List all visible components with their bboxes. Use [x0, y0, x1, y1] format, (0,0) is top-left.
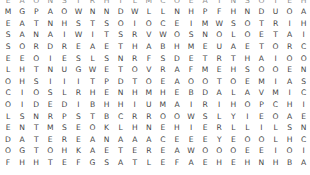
grid-cell[interactable]: L: [142, 6, 156, 18]
grid-cell[interactable]: O: [283, 53, 297, 65]
grid-cell[interactable]: O: [240, 134, 254, 146]
grid-cell[interactable]: L: [268, 122, 282, 134]
grid-cell[interactable]: M: [198, 64, 212, 76]
grid-cell[interactable]: O: [184, 76, 198, 88]
grid-cell[interactable]: A: [114, 157, 128, 169]
grid-cell[interactable]: A: [170, 64, 184, 76]
grid-cell[interactable]: W: [156, 29, 170, 41]
grid-cell[interactable]: H: [240, 53, 254, 65]
grid-cell[interactable]: P: [29, 6, 43, 18]
grid-cell[interactable]: A: [283, 111, 297, 123]
grid-cell[interactable]: Y: [212, 134, 226, 146]
grid-cell[interactable]: H: [15, 64, 29, 76]
grid-cell[interactable]: I: [184, 99, 198, 111]
grid-cell[interactable]: E: [198, 157, 212, 169]
grid-cell[interactable]: O: [212, 145, 226, 157]
grid-cell[interactable]: O: [43, 145, 57, 157]
grid-cell[interactable]: T: [114, 41, 128, 53]
grid-cell[interactable]: E: [297, 111, 310, 123]
grid-cell[interactable]: N: [29, 111, 43, 123]
grid-cell[interactable]: D: [198, 87, 212, 99]
grid-cell[interactable]: A: [85, 134, 99, 146]
grid-cell[interactable]: E: [184, 134, 198, 146]
grid-cell[interactable]: A: [297, 6, 310, 18]
grid-cell[interactable]: L: [57, 87, 71, 99]
grid-cell[interactable]: O: [240, 99, 254, 111]
grid-cell[interactable]: E: [43, 134, 57, 146]
grid-cell[interactable]: E: [170, 18, 184, 30]
grid-cell[interactable]: L: [226, 122, 240, 134]
grid-cell[interactable]: H: [156, 87, 170, 99]
grid-cell[interactable]: O: [15, 41, 29, 53]
grid-cell[interactable]: O: [240, 18, 254, 30]
grid-cell[interactable]: H: [283, 99, 297, 111]
grid-cell[interactable]: N: [170, 6, 184, 18]
grid-cell[interactable]: N: [297, 122, 310, 134]
grid-cell[interactable]: I: [240, 111, 254, 123]
grid-cell[interactable]: H: [57, 18, 71, 30]
grid-cell[interactable]: E: [71, 41, 85, 53]
grid-cell[interactable]: H: [29, 157, 43, 169]
grid-cell[interactable]: T: [29, 18, 43, 30]
grid-cell[interactable]: R: [268, 18, 282, 30]
grid-cell[interactable]: A: [142, 41, 156, 53]
grid-cell[interactable]: O: [142, 76, 156, 88]
grid-cell[interactable]: S: [198, 111, 212, 123]
grid-cell[interactable]: S: [71, 111, 85, 123]
grid-cell[interactable]: L: [240, 122, 254, 134]
grid-cell[interactable]: I: [15, 99, 29, 111]
grid-cell[interactable]: W: [184, 111, 198, 123]
grid-cell[interactable]: N: [43, 64, 57, 76]
grid-cell[interactable]: L: [1, 111, 15, 123]
grid-cell[interactable]: R: [57, 134, 71, 146]
grid-cell[interactable]: A: [240, 87, 254, 99]
grid-cell[interactable]: C: [297, 41, 310, 53]
grid-cell[interactable]: N: [240, 6, 254, 18]
grid-cell[interactable]: A: [128, 134, 142, 146]
grid-cell[interactable]: O: [198, 145, 212, 157]
grid-cell[interactable]: A: [142, 134, 156, 146]
grid-cell[interactable]: H: [268, 157, 282, 169]
grid-cell[interactable]: T: [114, 64, 128, 76]
grid-cell[interactable]: R: [198, 99, 212, 111]
grid-cell[interactable]: S: [240, 64, 254, 76]
grid-cell[interactable]: E: [128, 145, 142, 157]
grid-cell[interactable]: T: [29, 145, 43, 157]
grid-cell[interactable]: A: [297, 157, 310, 169]
grid-cell[interactable]: S: [100, 18, 114, 30]
grid-cell[interactable]: T: [29, 134, 43, 146]
grid-cell[interactable]: K: [71, 145, 85, 157]
grid-cell[interactable]: O: [85, 122, 99, 134]
grid-cell[interactable]: B: [100, 111, 114, 123]
grid-cell[interactable]: S: [71, 53, 85, 65]
grid-cell[interactable]: O: [142, 18, 156, 30]
grid-cell[interactable]: H: [240, 157, 254, 169]
grid-cell[interactable]: I: [71, 76, 85, 88]
grid-cell[interactable]: R: [212, 53, 226, 65]
grid-cell[interactable]: O: [29, 53, 43, 65]
grid-cell[interactable]: T: [128, 157, 142, 169]
grid-cell[interactable]: R: [156, 64, 170, 76]
grid-cell[interactable]: S: [29, 76, 43, 88]
grid-cell[interactable]: T: [128, 76, 142, 88]
grid-cell[interactable]: S: [1, 29, 15, 41]
grid-cell[interactable]: I: [128, 18, 142, 30]
grid-cell[interactable]: V: [142, 29, 156, 41]
grid-cell[interactable]: W: [184, 145, 198, 157]
grid-cell[interactable]: A: [43, 29, 57, 41]
grid-cell[interactable]: T: [114, 145, 128, 157]
grid-cell[interactable]: P: [57, 111, 71, 123]
grid-cell[interactable]: G: [71, 64, 85, 76]
grid-cell[interactable]: I: [212, 99, 226, 111]
grid-cell[interactable]: O: [297, 53, 310, 65]
grid-cell[interactable]: M: [156, 99, 170, 111]
grid-cell[interactable]: K: [100, 122, 114, 134]
grid-cell[interactable]: A: [43, 6, 57, 18]
grid-cell[interactable]: S: [57, 122, 71, 134]
grid-cell[interactable]: I: [254, 122, 268, 134]
grid-cell[interactable]: E: [184, 53, 198, 65]
grid-cell[interactable]: L: [268, 134, 282, 146]
grid-cell[interactable]: R: [212, 122, 226, 134]
grid-cell[interactable]: E: [156, 157, 170, 169]
grid-cell[interactable]: A: [15, 134, 29, 146]
grid-cell[interactable]: R: [71, 87, 85, 99]
grid-cell[interactable]: I: [71, 99, 85, 111]
grid-cell[interactable]: R: [128, 53, 142, 65]
grid-cell[interactable]: M: [198, 18, 212, 30]
grid-cell[interactable]: I: [283, 87, 297, 99]
grid-cell[interactable]: N: [100, 134, 114, 146]
grid-cell[interactable]: S: [226, 18, 240, 30]
grid-cell[interactable]: H: [57, 145, 71, 157]
grid-cell[interactable]: I: [57, 76, 71, 88]
grid-cell[interactable]: O: [57, 6, 71, 18]
grid-cell[interactable]: O: [170, 29, 184, 41]
grid-cell[interactable]: E: [283, 64, 297, 76]
grid-cell[interactable]: N: [142, 122, 156, 134]
grid-cell[interactable]: E: [100, 87, 114, 99]
grid-cell[interactable]: H: [170, 122, 184, 134]
grid-cell[interactable]: T: [198, 53, 212, 65]
grid-cell[interactable]: M: [268, 87, 282, 99]
grid-cell[interactable]: S: [184, 29, 198, 41]
grid-cell[interactable]: T: [85, 18, 99, 30]
grid-cell[interactable]: O: [1, 99, 15, 111]
grid-cell[interactable]: N: [85, 6, 99, 18]
grid-cell[interactable]: E: [43, 99, 57, 111]
grid-cell[interactable]: E: [240, 41, 254, 53]
grid-cell[interactable]: V: [254, 87, 268, 99]
grid-cell[interactable]: D: [114, 76, 128, 88]
grid-cell[interactable]: O: [240, 29, 254, 41]
grid-cell[interactable]: B: [85, 99, 99, 111]
grid-cell[interactable]: E: [198, 122, 212, 134]
grid-cell[interactable]: C: [1, 87, 15, 99]
grid-cell[interactable]: E: [1, 18, 15, 30]
grid-cell[interactable]: S: [156, 53, 170, 65]
grid-cell[interactable]: L: [226, 87, 240, 99]
grid-cell[interactable]: C: [297, 134, 310, 146]
grid-cell[interactable]: O: [226, 145, 240, 157]
grid-cell[interactable]: O: [254, 134, 268, 146]
grid-cell[interactable]: F: [170, 157, 184, 169]
grid-cell[interactable]: R: [43, 111, 57, 123]
grid-cell[interactable]: B: [283, 157, 297, 169]
grid-cell[interactable]: F: [212, 6, 226, 18]
grid-cell[interactable]: H: [297, 18, 310, 30]
grid-cell[interactable]: H: [114, 99, 128, 111]
grid-cell[interactable]: S: [283, 122, 297, 134]
grid-cell[interactable]: I: [15, 87, 29, 99]
grid-cell[interactable]: E: [240, 145, 254, 157]
grid-cell[interactable]: M: [43, 122, 57, 134]
grid-cell[interactable]: G: [15, 6, 29, 18]
grid-cell[interactable]: W: [71, 29, 85, 41]
grid-cell[interactable]: O: [268, 111, 282, 123]
grid-cell[interactable]: H: [226, 6, 240, 18]
grid-cell[interactable]: L: [226, 29, 240, 41]
grid-cell[interactable]: A: [170, 76, 184, 88]
grid-cell[interactable]: N: [198, 29, 212, 41]
grid-cell[interactable]: M: [1, 6, 15, 18]
grid-cell[interactable]: N: [114, 87, 128, 99]
grid-cell[interactable]: N: [15, 122, 29, 134]
grid-cell[interactable]: O: [268, 64, 282, 76]
grid-cell[interactable]: A: [283, 29, 297, 41]
grid-cell[interactable]: L: [114, 122, 128, 134]
grid-cell[interactable]: V: [142, 64, 156, 76]
grid-cell[interactable]: T: [29, 122, 43, 134]
grid-cell[interactable]: E: [57, 53, 71, 65]
grid-cell[interactable]: I: [85, 29, 99, 41]
grid-cell[interactable]: I: [268, 76, 282, 88]
grid-cell[interactable]: E: [198, 134, 212, 146]
grid-cell[interactable]: O: [29, 87, 43, 99]
grid-cell[interactable]: I: [43, 53, 57, 65]
grid-cell[interactable]: F: [142, 53, 156, 65]
grid-cell[interactable]: C: [156, 18, 170, 30]
grid-cell[interactable]: H: [226, 99, 240, 111]
grid-cell[interactable]: R: [142, 111, 156, 123]
grid-cell[interactable]: B: [184, 87, 198, 99]
grid-cell[interactable]: T: [254, 18, 268, 30]
grid-cell[interactable]: A: [226, 41, 240, 53]
grid-cell[interactable]: N: [29, 29, 43, 41]
grid-cell[interactable]: R: [128, 29, 142, 41]
grid-cell[interactable]: I: [57, 29, 71, 41]
grid-cell[interactable]: E: [212, 64, 226, 76]
grid-cell[interactable]: P: [198, 6, 212, 18]
grid-cell[interactable]: I: [128, 99, 142, 111]
grid-cell[interactable]: S: [114, 29, 128, 41]
grid-cell[interactable]: L: [85, 53, 99, 65]
grid-cell[interactable]: A: [114, 134, 128, 146]
grid-cell[interactable]: G: [85, 157, 99, 169]
grid-cell[interactable]: E: [254, 29, 268, 41]
grid-cell[interactable]: N: [114, 53, 128, 65]
grid-cell[interactable]: Y: [226, 111, 240, 123]
grid-cell[interactable]: T: [268, 29, 282, 41]
grid-cell[interactable]: O: [114, 18, 128, 30]
grid-cell[interactable]: W: [85, 64, 99, 76]
grid-cell[interactable]: L: [212, 111, 226, 123]
grid-cell[interactable]: A: [254, 53, 268, 65]
grid-cell[interactable]: P: [100, 76, 114, 88]
grid-cell[interactable]: H: [100, 99, 114, 111]
grid-cell[interactable]: W: [128, 6, 142, 18]
grid-cell[interactable]: T: [85, 111, 99, 123]
grid-cell[interactable]: T: [100, 29, 114, 41]
grid-cell[interactable]: H: [170, 41, 184, 53]
grid-cell[interactable]: E: [57, 157, 71, 169]
grid-cell[interactable]: E: [100, 41, 114, 53]
grid-cell[interactable]: A: [85, 41, 99, 53]
grid-cell[interactable]: I: [43, 76, 57, 88]
grid-cell[interactable]: I: [297, 145, 310, 157]
grid-cell[interactable]: M: [184, 41, 198, 53]
grid-cell[interactable]: N: [100, 6, 114, 18]
grid-cell[interactable]: H: [15, 76, 29, 88]
grid-cell[interactable]: M: [142, 87, 156, 99]
grid-cell[interactable]: N: [43, 18, 57, 30]
grid-cell[interactable]: E: [71, 122, 85, 134]
grid-cell[interactable]: E: [198, 41, 212, 53]
grid-cell[interactable]: H: [85, 87, 99, 99]
grid-cell[interactable]: I: [184, 18, 198, 30]
grid-cell[interactable]: L: [156, 6, 170, 18]
grid-cell[interactable]: H: [15, 157, 29, 169]
grid-cell[interactable]: H: [128, 41, 142, 53]
grid-cell[interactable]: E: [240, 76, 254, 88]
grid-cell[interactable]: E: [254, 145, 268, 157]
grid-cell[interactable]: I: [268, 53, 282, 65]
grid-cell[interactable]: F: [1, 157, 15, 169]
grid-cell[interactable]: H: [128, 122, 142, 134]
grid-cell[interactable]: T: [212, 76, 226, 88]
grid-cell[interactable]: S: [15, 111, 29, 123]
grid-cell[interactable]: D: [57, 99, 71, 111]
grid-cell[interactable]: U: [57, 64, 71, 76]
grid-cell[interactable]: S: [100, 53, 114, 65]
grid-cell[interactable]: A: [283, 76, 297, 88]
grid-cell[interactable]: C: [268, 99, 282, 111]
grid-cell[interactable]: O: [212, 29, 226, 41]
grid-cell[interactable]: E: [1, 53, 15, 65]
grid-cell[interactable]: H: [212, 157, 226, 169]
grid-cell[interactable]: R: [29, 41, 43, 53]
grid-cell[interactable]: R: [128, 111, 142, 123]
grid-cell[interactable]: A: [85, 145, 99, 157]
grid-cell[interactable]: A: [170, 145, 184, 157]
grid-cell[interactable]: E: [100, 145, 114, 157]
grid-cell[interactable]: E: [226, 157, 240, 169]
grid-cell[interactable]: C: [156, 134, 170, 146]
grid-cell[interactable]: E: [100, 64, 114, 76]
grid-cell[interactable]: A: [212, 87, 226, 99]
grid-cell[interactable]: D: [254, 6, 268, 18]
grid-cell[interactable]: H: [128, 87, 142, 99]
grid-cell[interactable]: E: [156, 76, 170, 88]
grid-cell[interactable]: I: [283, 18, 297, 30]
grid-cell[interactable]: O: [1, 76, 15, 88]
grid-cell[interactable]: E: [1, 122, 15, 134]
grid-cell[interactable]: H: [283, 134, 297, 146]
grid-cell[interactable]: H: [184, 6, 198, 18]
grid-cell[interactable]: G: [15, 145, 29, 157]
grid-cell[interactable]: I: [184, 122, 198, 134]
grid-cell[interactable]: S: [100, 157, 114, 169]
grid-cell[interactable]: T: [85, 76, 99, 88]
grid-cell[interactable]: T: [254, 41, 268, 53]
grid-cell[interactable]: T: [226, 53, 240, 65]
grid-cell[interactable]: O: [283, 145, 297, 157]
grid-cell[interactable]: A: [170, 99, 184, 111]
grid-cell[interactable]: M: [254, 76, 268, 88]
grid-cell[interactable]: A: [184, 157, 198, 169]
grid-cell[interactable]: E: [170, 87, 184, 99]
grid-cell[interactable]: B: [156, 41, 170, 53]
grid-cell[interactable]: O: [198, 76, 212, 88]
grid-cell[interactable]: E: [226, 134, 240, 146]
grid-cell[interactable]: N: [254, 157, 268, 169]
grid-cell[interactable]: R: [283, 41, 297, 53]
grid-cell[interactable]: C: [114, 111, 128, 123]
grid-cell[interactable]: S: [71, 18, 85, 30]
grid-cell[interactable]: O: [156, 111, 170, 123]
grid-cell[interactable]: T: [29, 64, 43, 76]
grid-cell[interactable]: R: [57, 41, 71, 53]
grid-cell[interactable]: O: [1, 145, 15, 157]
grid-cell[interactable]: H: [226, 64, 240, 76]
grid-cell[interactable]: W: [71, 6, 85, 18]
grid-cell[interactable]: U: [212, 41, 226, 53]
grid-cell[interactable]: O: [283, 6, 297, 18]
grid-cell[interactable]: A: [15, 18, 29, 30]
grid-cell[interactable]: S: [297, 76, 310, 88]
grid-cell[interactable]: O: [170, 111, 184, 123]
grid-cell[interactable]: W: [212, 18, 226, 30]
grid-cell[interactable]: E: [170, 134, 184, 146]
grid-cell[interactable]: L: [142, 157, 156, 169]
grid-cell[interactable]: I: [268, 145, 282, 157]
grid-cell[interactable]: I: [297, 99, 310, 111]
grid-cell[interactable]: D: [1, 134, 15, 146]
grid-cell[interactable]: O: [268, 41, 282, 53]
grid-cell[interactable]: P: [254, 99, 268, 111]
grid-cell[interactable]: I: [297, 29, 310, 41]
grid-cell[interactable]: D: [170, 53, 184, 65]
grid-cell[interactable]: S: [43, 87, 57, 99]
grid-cell[interactable]: T: [43, 157, 57, 169]
grid-cell[interactable]: R: [142, 145, 156, 157]
grid-cell[interactable]: F: [184, 64, 198, 76]
grid-cell[interactable]: E: [156, 145, 170, 157]
grid-cell[interactable]: F: [71, 157, 85, 169]
grid-cell[interactable]: O: [128, 64, 142, 76]
grid-cell[interactable]: E: [15, 53, 29, 65]
grid-cell[interactable]: E: [71, 134, 85, 146]
grid-cell[interactable]: E: [156, 122, 170, 134]
grid-cell[interactable]: U: [142, 99, 156, 111]
grid-cell[interactable]: N: [297, 64, 310, 76]
grid-cell[interactable]: A: [15, 29, 29, 41]
grid-cell[interactable]: O: [226, 76, 240, 88]
grid-cell[interactable]: E: [254, 111, 268, 123]
